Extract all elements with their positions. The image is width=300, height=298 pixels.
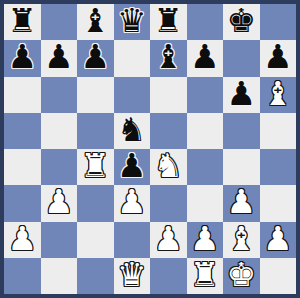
white-pawn: ♟ <box>7 222 37 257</box>
square-c6[interactable] <box>77 77 114 113</box>
square-g4[interactable] <box>223 149 260 185</box>
square-h4[interactable] <box>260 149 297 185</box>
square-a6[interactable] <box>4 77 41 113</box>
square-f5[interactable] <box>187 113 224 149</box>
square-h6[interactable]: ♝ <box>260 77 297 113</box>
white-pawn: ♟ <box>263 222 293 257</box>
square-h1[interactable] <box>260 258 297 294</box>
square-g6[interactable]: ♟ <box>223 77 260 113</box>
square-e2[interactable]: ♟ <box>150 222 187 258</box>
square-b5[interactable] <box>41 113 78 149</box>
white-pawn: ♟ <box>226 185 256 220</box>
square-h2[interactable]: ♟ <box>260 222 297 258</box>
square-g3[interactable]: ♟ <box>223 185 260 221</box>
white-queen: ♛ <box>117 258 147 293</box>
square-h7[interactable]: ♟ <box>260 40 297 76</box>
square-a5[interactable] <box>4 113 41 149</box>
chess-board-frame: ♜♝♛♜♚♟♟♟♝♟♟♟♝♞♜♟♞♟♟♟♟♟♟♝♟♛♜♚ <box>0 0 300 298</box>
white-bishop: ♝ <box>226 222 256 257</box>
square-d7[interactable] <box>114 40 151 76</box>
black-rook: ♜ <box>7 4 37 39</box>
square-f2[interactable]: ♟ <box>187 222 224 258</box>
square-a8[interactable]: ♜ <box>4 4 41 40</box>
chess-board: ♜♝♛♜♚♟♟♟♝♟♟♟♝♞♜♟♞♟♟♟♟♟♟♝♟♛♜♚ <box>4 4 296 294</box>
square-h3[interactable] <box>260 185 297 221</box>
square-g7[interactable] <box>223 40 260 76</box>
square-a1[interactable] <box>4 258 41 294</box>
square-g2[interactable]: ♝ <box>223 222 260 258</box>
black-queen: ♛ <box>117 4 147 39</box>
square-b1[interactable] <box>41 258 78 294</box>
white-pawn: ♟ <box>44 185 74 220</box>
square-b2[interactable] <box>41 222 78 258</box>
square-e8[interactable]: ♜ <box>150 4 187 40</box>
white-knight: ♞ <box>153 149 183 184</box>
black-pawn: ♟ <box>117 149 147 184</box>
white-pawn: ♟ <box>153 222 183 257</box>
square-c2[interactable] <box>77 222 114 258</box>
black-pawn: ♟ <box>44 40 74 75</box>
square-f4[interactable] <box>187 149 224 185</box>
black-pawn: ♟ <box>80 40 110 75</box>
square-a3[interactable] <box>4 185 41 221</box>
square-e4[interactable]: ♞ <box>150 149 187 185</box>
black-pawn: ♟ <box>7 40 37 75</box>
square-d8[interactable]: ♛ <box>114 4 151 40</box>
square-a4[interactable] <box>4 149 41 185</box>
square-d6[interactable] <box>114 77 151 113</box>
square-f3[interactable] <box>187 185 224 221</box>
square-f8[interactable] <box>187 4 224 40</box>
square-d4[interactable]: ♟ <box>114 149 151 185</box>
white-king: ♚ <box>226 258 256 293</box>
square-f6[interactable] <box>187 77 224 113</box>
white-bishop: ♝ <box>263 77 293 112</box>
square-d5[interactable]: ♞ <box>114 113 151 149</box>
square-c1[interactable] <box>77 258 114 294</box>
black-rook: ♜ <box>153 4 183 39</box>
square-e5[interactable] <box>150 113 187 149</box>
black-king: ♚ <box>226 4 256 39</box>
square-g8[interactable]: ♚ <box>223 4 260 40</box>
square-a2[interactable]: ♟ <box>4 222 41 258</box>
square-d2[interactable] <box>114 222 151 258</box>
black-pawn: ♟ <box>226 77 256 112</box>
black-bishop: ♝ <box>153 40 183 75</box>
square-b7[interactable]: ♟ <box>41 40 78 76</box>
square-c4[interactable]: ♜ <box>77 149 114 185</box>
white-pawn: ♟ <box>190 222 220 257</box>
square-e3[interactable] <box>150 185 187 221</box>
square-f1[interactable]: ♜ <box>187 258 224 294</box>
square-h8[interactable] <box>260 4 297 40</box>
square-f7[interactable]: ♟ <box>187 40 224 76</box>
square-g1[interactable]: ♚ <box>223 258 260 294</box>
square-b6[interactable] <box>41 77 78 113</box>
white-rook: ♜ <box>80 149 110 184</box>
square-d3[interactable]: ♟ <box>114 185 151 221</box>
white-pawn: ♟ <box>117 185 147 220</box>
square-g5[interactable] <box>223 113 260 149</box>
square-e1[interactable] <box>150 258 187 294</box>
square-b4[interactable] <box>41 149 78 185</box>
square-e7[interactable]: ♝ <box>150 40 187 76</box>
square-c3[interactable] <box>77 185 114 221</box>
square-c7[interactable]: ♟ <box>77 40 114 76</box>
black-pawn: ♟ <box>263 40 293 75</box>
square-a7[interactable]: ♟ <box>4 40 41 76</box>
square-b8[interactable] <box>41 4 78 40</box>
square-h5[interactable] <box>260 113 297 149</box>
square-d1[interactable]: ♛ <box>114 258 151 294</box>
square-e6[interactable] <box>150 77 187 113</box>
black-pawn: ♟ <box>190 40 220 75</box>
black-bishop: ♝ <box>80 4 110 39</box>
square-c8[interactable]: ♝ <box>77 4 114 40</box>
square-c5[interactable] <box>77 113 114 149</box>
black-knight: ♞ <box>117 113 147 148</box>
white-rook: ♜ <box>190 258 220 293</box>
square-b3[interactable]: ♟ <box>41 185 78 221</box>
